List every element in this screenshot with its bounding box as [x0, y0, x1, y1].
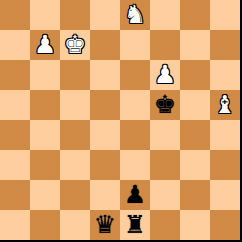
square-h3[interactable]: [210, 150, 240, 180]
white-pawn-f6[interactable]: ♟: [150, 60, 180, 90]
square-h6[interactable]: [210, 60, 240, 90]
square-b6[interactable]: [30, 60, 60, 90]
square-g8[interactable]: [180, 0, 210, 30]
square-a2[interactable]: [0, 180, 30, 210]
square-e4[interactable]: [120, 120, 150, 150]
square-e7[interactable]: [120, 30, 150, 60]
square-a4[interactable]: [0, 120, 30, 150]
square-b2[interactable]: [30, 180, 60, 210]
black-queen-d1[interactable]: ♛: [90, 210, 120, 240]
square-g5[interactable]: [180, 90, 210, 120]
black-rook-e1[interactable]: ♜: [120, 210, 150, 240]
square-d8[interactable]: [90, 0, 120, 30]
chess-board: ♞♟♚♟♚♝♟♛♜: [0, 0, 242, 242]
square-g2[interactable]: [180, 180, 210, 210]
square-b1[interactable]: [30, 210, 60, 240]
square-c1[interactable]: [60, 210, 90, 240]
square-f7[interactable]: [150, 30, 180, 60]
square-e2[interactable]: ♟: [120, 180, 150, 210]
square-h1[interactable]: [210, 210, 240, 240]
square-f3[interactable]: [150, 150, 180, 180]
square-d6[interactable]: [90, 60, 120, 90]
square-c2[interactable]: [60, 180, 90, 210]
square-c3[interactable]: [60, 150, 90, 180]
square-a1[interactable]: [0, 210, 30, 240]
square-f5[interactable]: ♚: [150, 90, 180, 120]
square-a7[interactable]: [0, 30, 30, 60]
square-d7[interactable]: [90, 30, 120, 60]
square-b8[interactable]: [30, 0, 60, 30]
white-knight-e8[interactable]: ♞: [120, 0, 150, 30]
square-f6[interactable]: ♟: [150, 60, 180, 90]
square-a6[interactable]: [0, 60, 30, 90]
square-e1[interactable]: ♜: [120, 210, 150, 240]
square-h8[interactable]: [210, 0, 240, 30]
square-a3[interactable]: [0, 150, 30, 180]
square-g6[interactable]: [180, 60, 210, 90]
black-king-f5[interactable]: ♚: [150, 90, 180, 120]
white-king-c7[interactable]: ♚: [60, 30, 90, 60]
square-c5[interactable]: [60, 90, 90, 120]
square-c4[interactable]: [60, 120, 90, 150]
square-b4[interactable]: [30, 120, 60, 150]
square-e3[interactable]: [120, 150, 150, 180]
square-d4[interactable]: [90, 120, 120, 150]
square-e8[interactable]: ♞: [120, 0, 150, 30]
square-g1[interactable]: [180, 210, 210, 240]
square-g7[interactable]: [180, 30, 210, 60]
square-h7[interactable]: [210, 30, 240, 60]
square-d5[interactable]: [90, 90, 120, 120]
square-f1[interactable]: [150, 210, 180, 240]
square-c7[interactable]: ♚: [60, 30, 90, 60]
square-f4[interactable]: [150, 120, 180, 150]
square-h2[interactable]: [210, 180, 240, 210]
square-f2[interactable]: [150, 180, 180, 210]
square-a8[interactable]: [0, 0, 30, 30]
white-bishop-h5[interactable]: ♝: [210, 90, 240, 120]
square-e6[interactable]: [120, 60, 150, 90]
square-g4[interactable]: [180, 120, 210, 150]
square-d3[interactable]: [90, 150, 120, 180]
white-pawn-b7[interactable]: ♟: [30, 30, 60, 60]
chess-board-grid: ♞♟♚♟♚♝♟♛♜: [0, 0, 240, 240]
square-c6[interactable]: [60, 60, 90, 90]
square-d2[interactable]: [90, 180, 120, 210]
square-a5[interactable]: [0, 90, 30, 120]
square-b7[interactable]: ♟: [30, 30, 60, 60]
square-h5[interactable]: ♝: [210, 90, 240, 120]
square-b5[interactable]: [30, 90, 60, 120]
square-c8[interactable]: [60, 0, 90, 30]
square-h4[interactable]: [210, 120, 240, 150]
square-e5[interactable]: [120, 90, 150, 120]
square-d1[interactable]: ♛: [90, 210, 120, 240]
black-pawn-e2[interactable]: ♟: [120, 180, 150, 210]
square-f8[interactable]: [150, 0, 180, 30]
square-b3[interactable]: [30, 150, 60, 180]
square-g3[interactable]: [180, 150, 210, 180]
